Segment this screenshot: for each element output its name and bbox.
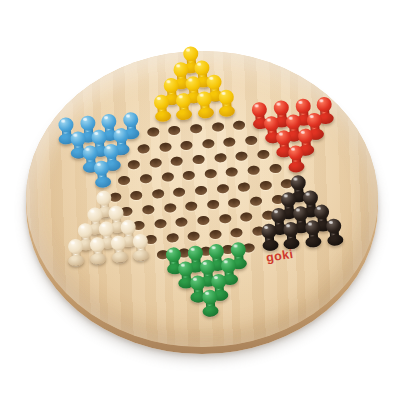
board-hole[interactable] — [152, 188, 165, 198]
board-hole[interactable] — [161, 172, 174, 182]
board-hole[interactable] — [147, 127, 160, 137]
peg-natural[interactable] — [130, 233, 150, 261]
board-hole[interactable] — [176, 217, 189, 227]
board-hole[interactable] — [190, 124, 203, 134]
board-hole[interactable] — [238, 182, 251, 192]
board-hole[interactable] — [257, 149, 270, 159]
board-hole[interactable] — [137, 144, 150, 154]
board-hole[interactable] — [149, 158, 162, 168]
product-photo: goki — [0, 0, 400, 400]
board-hole[interactable] — [209, 230, 222, 240]
board-hole[interactable] — [231, 228, 244, 238]
peg-red[interactable] — [286, 144, 306, 172]
board-hole[interactable] — [269, 164, 282, 174]
peg-green[interactable] — [200, 289, 220, 317]
peg-blue[interactable] — [92, 160, 112, 188]
board-hole[interactable] — [183, 171, 196, 181]
peg-yellow[interactable] — [152, 94, 172, 122]
board-hole[interactable] — [259, 180, 272, 190]
board-hole[interactable] — [187, 232, 200, 242]
peg-black[interactable] — [260, 223, 280, 251]
board-hole[interactable] — [197, 216, 210, 226]
peg-yellow[interactable] — [217, 89, 237, 117]
board-hole[interactable] — [173, 187, 186, 197]
board-hole[interactable] — [142, 205, 155, 215]
board-hole[interactable] — [154, 219, 167, 229]
board-star-grid — [0, 0, 400, 400]
board-hole[interactable] — [185, 201, 198, 211]
board-hole[interactable] — [204, 169, 217, 179]
peg-natural[interactable] — [87, 237, 107, 265]
board-hole[interactable] — [214, 153, 227, 163]
board-hole[interactable] — [118, 176, 131, 186]
peg-black[interactable] — [324, 218, 344, 246]
board-hole[interactable] — [233, 121, 246, 131]
board-hole[interactable] — [128, 160, 141, 170]
board-hole[interactable] — [171, 156, 184, 166]
board-hole[interactable] — [168, 126, 181, 136]
board-hole[interactable] — [228, 198, 241, 208]
board-hole[interactable] — [207, 199, 220, 209]
board-hole[interactable] — [166, 233, 179, 243]
board-hole[interactable] — [250, 196, 263, 206]
board-hole[interactable] — [223, 137, 236, 147]
board-hole[interactable] — [240, 212, 253, 222]
board-hole[interactable] — [211, 122, 224, 132]
board-hole[interactable] — [192, 155, 205, 165]
board-hole[interactable] — [245, 135, 258, 145]
board-hole[interactable] — [159, 142, 172, 152]
board-hole[interactable] — [202, 138, 215, 148]
peg-black[interactable] — [303, 220, 323, 248]
board-hole[interactable] — [180, 140, 193, 150]
peg-natural[interactable] — [66, 239, 86, 267]
board-hole[interactable] — [140, 174, 153, 184]
board-hole[interactable] — [226, 167, 239, 177]
peg-natural[interactable] — [109, 235, 129, 263]
board-hole[interactable] — [219, 214, 232, 224]
board-hole[interactable] — [216, 183, 229, 193]
board-hole[interactable] — [130, 190, 143, 200]
peg-yellow[interactable] — [195, 90, 215, 118]
board-hole[interactable] — [247, 166, 260, 176]
board-hole[interactable] — [164, 203, 177, 213]
board-hole[interactable] — [195, 185, 208, 195]
board-hole[interactable] — [235, 151, 248, 161]
peg-black[interactable] — [281, 222, 301, 250]
peg-yellow[interactable] — [174, 92, 194, 120]
